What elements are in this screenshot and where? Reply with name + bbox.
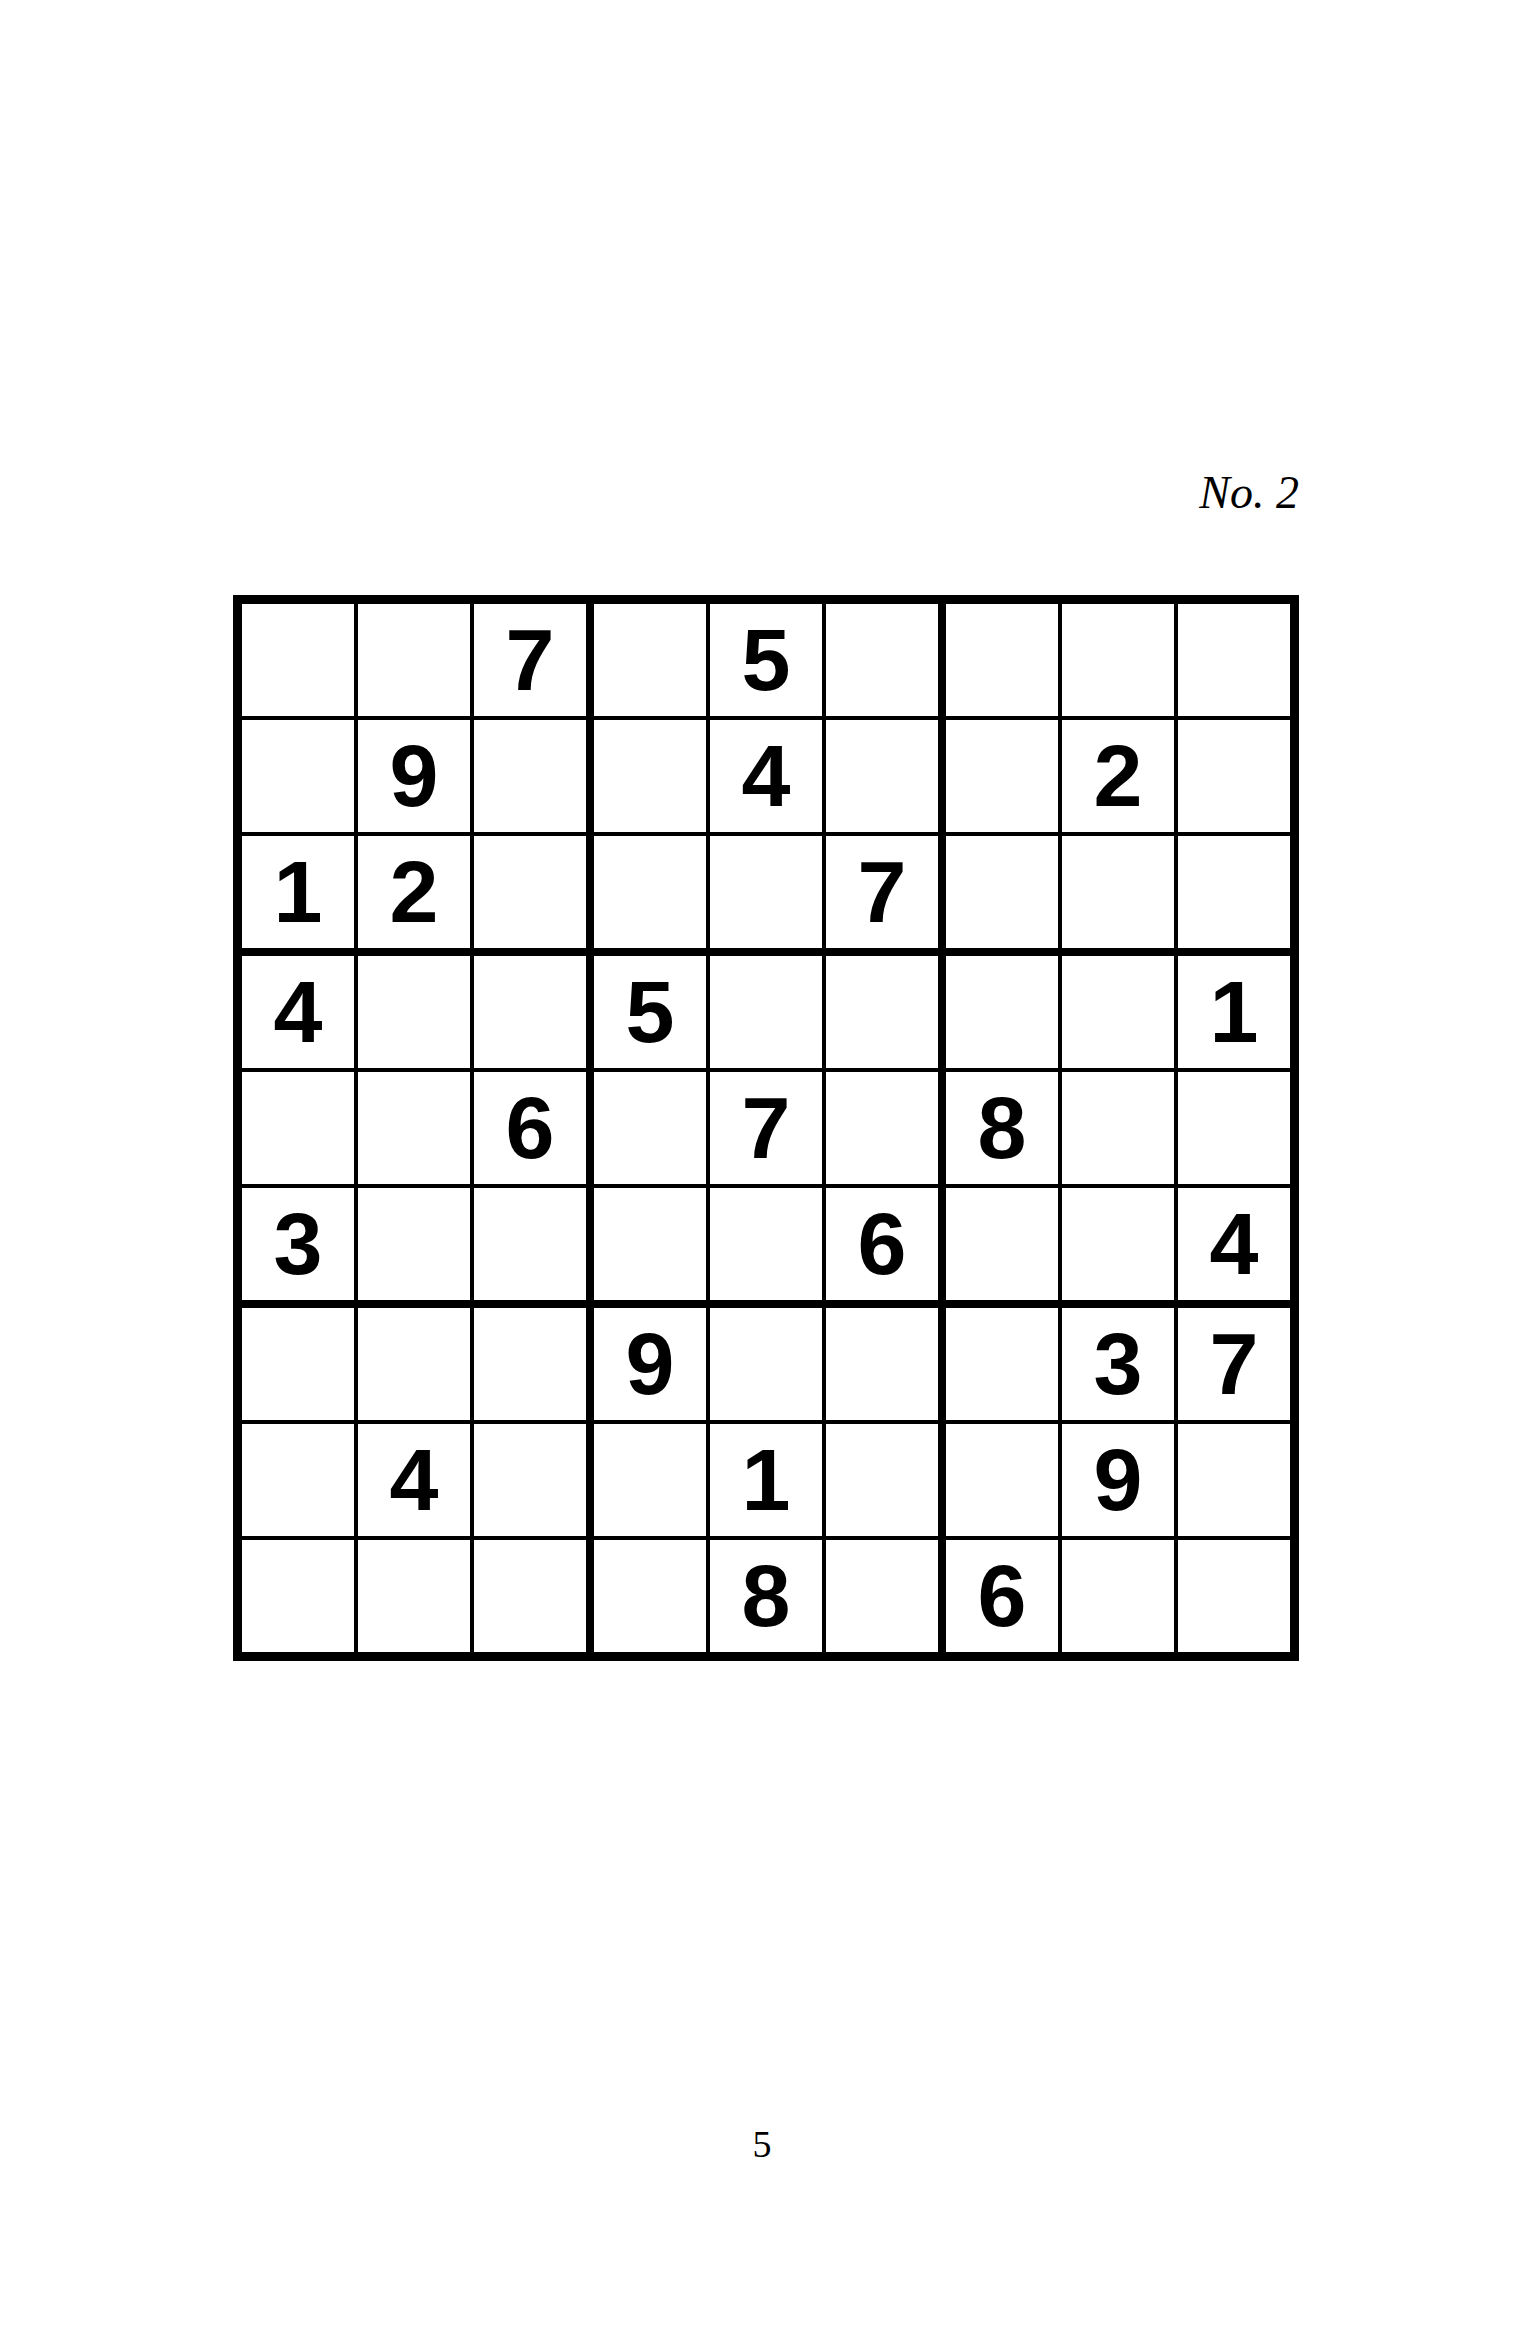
cell-r3c1: 1 — [242, 836, 358, 956]
cell-r5c2 — [358, 1072, 474, 1188]
cell-r7c8: 3 — [1062, 1308, 1178, 1424]
cell-r5c1 — [242, 1072, 358, 1188]
cell-r4c5 — [710, 956, 826, 1072]
cell-r3c2: 2 — [358, 836, 474, 956]
cell-r3c9 — [1178, 836, 1290, 956]
cell-r5c6 — [826, 1072, 946, 1188]
cell-r1c6 — [826, 604, 946, 720]
cell-r9c4 — [594, 1540, 710, 1652]
cell-r9c8 — [1062, 1540, 1178, 1652]
cell-r5c7: 8 — [946, 1072, 1062, 1188]
cell-r4c1: 4 — [242, 956, 358, 1072]
cell-r8c8: 9 — [1062, 1424, 1178, 1540]
cell-r5c8 — [1062, 1072, 1178, 1188]
cell-r1c3: 7 — [474, 604, 594, 720]
cell-r7c9: 7 — [1178, 1308, 1290, 1424]
cell-r2c6 — [826, 720, 946, 836]
cell-r1c8 — [1062, 604, 1178, 720]
cell-r7c7 — [946, 1308, 1062, 1424]
cell-r5c4 — [594, 1072, 710, 1188]
cell-r5c5: 7 — [710, 1072, 826, 1188]
cell-r6c5 — [710, 1188, 826, 1308]
cell-r7c2 — [358, 1308, 474, 1424]
cell-r2c2: 9 — [358, 720, 474, 836]
cell-r3c8 — [1062, 836, 1178, 956]
cell-r1c2 — [358, 604, 474, 720]
cell-r7c6 — [826, 1308, 946, 1424]
cell-r8c1 — [242, 1424, 358, 1540]
cell-r1c9 — [1178, 604, 1290, 720]
cell-r2c9 — [1178, 720, 1290, 836]
cell-r3c5 — [710, 836, 826, 956]
cell-r6c2 — [358, 1188, 474, 1308]
cell-r9c9 — [1178, 1540, 1290, 1652]
cell-r8c5: 1 — [710, 1424, 826, 1540]
cell-r9c7: 6 — [946, 1540, 1062, 1652]
cell-r6c6: 6 — [826, 1188, 946, 1308]
cell-r8c4 — [594, 1424, 710, 1540]
cell-r9c2 — [358, 1540, 474, 1652]
cell-r8c2: 4 — [358, 1424, 474, 1540]
cell-r1c7 — [946, 604, 1062, 720]
cell-r1c5: 5 — [710, 604, 826, 720]
cell-r8c3 — [474, 1424, 594, 1540]
cell-r3c7 — [946, 836, 1062, 956]
cell-r1c1 — [242, 604, 358, 720]
cell-r2c3 — [474, 720, 594, 836]
cell-r2c8: 2 — [1062, 720, 1178, 836]
cell-r6c7 — [946, 1188, 1062, 1308]
cell-r7c3 — [474, 1308, 594, 1424]
cell-r9c5: 8 — [710, 1540, 826, 1652]
cell-r4c4: 5 — [594, 956, 710, 1072]
cell-r8c6 — [826, 1424, 946, 1540]
cell-r6c9: 4 — [1178, 1188, 1290, 1308]
cell-r1c4 — [594, 604, 710, 720]
book-page: No. 2 7594212745167836493741986 5 — [0, 0, 1524, 2339]
cell-r6c1: 3 — [242, 1188, 358, 1308]
cell-r6c4 — [594, 1188, 710, 1308]
cell-r7c5 — [710, 1308, 826, 1424]
cell-r9c3 — [474, 1540, 594, 1652]
cell-r3c3 — [474, 836, 594, 956]
cell-r7c1 — [242, 1308, 358, 1424]
cell-r7c4: 9 — [594, 1308, 710, 1424]
cell-r4c2 — [358, 956, 474, 1072]
sudoku-board: 7594212745167836493741986 — [233, 595, 1299, 1661]
cell-r3c6: 7 — [826, 836, 946, 956]
cell-r5c3: 6 — [474, 1072, 594, 1188]
cell-r9c1 — [242, 1540, 358, 1652]
cell-r8c9 — [1178, 1424, 1290, 1540]
cell-r6c3 — [474, 1188, 594, 1308]
cell-r9c6 — [826, 1540, 946, 1652]
cell-r5c9 — [1178, 1072, 1290, 1188]
cell-r8c7 — [946, 1424, 1062, 1540]
cell-r2c4 — [594, 720, 710, 836]
cell-r4c6 — [826, 956, 946, 1072]
cell-r4c7 — [946, 956, 1062, 1072]
cell-r6c8 — [1062, 1188, 1178, 1308]
cell-r4c8 — [1062, 956, 1178, 1072]
cell-r2c7 — [946, 720, 1062, 836]
cell-r2c1 — [242, 720, 358, 836]
cell-r4c9: 1 — [1178, 956, 1290, 1072]
cell-r3c4 — [594, 836, 710, 956]
cell-r2c5: 4 — [710, 720, 826, 836]
puzzle-number-label: No. 2 — [233, 468, 1299, 519]
page-number: 5 — [0, 2122, 1524, 2166]
cell-r4c3 — [474, 956, 594, 1072]
